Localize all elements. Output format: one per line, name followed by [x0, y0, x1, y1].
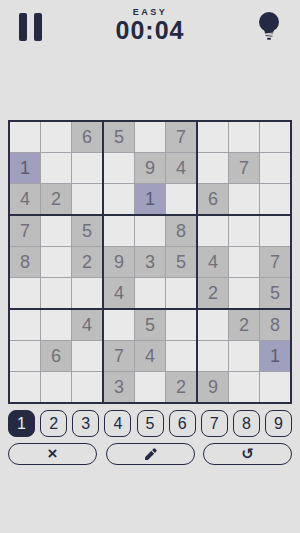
cell-r4c7[interactable]: [198, 216, 228, 246]
cell-r9c7[interactable]: 9: [198, 372, 228, 402]
cell-r9c5[interactable]: [135, 372, 165, 402]
cell-r1c8[interactable]: [229, 122, 259, 152]
number-pad: 123456789: [8, 410, 292, 437]
cell-r6c7[interactable]: 2: [198, 278, 228, 308]
cell-r6c8[interactable]: [229, 278, 259, 308]
cell-r3c9[interactable]: [260, 184, 290, 214]
cell-r5c7[interactable]: 4: [198, 247, 228, 277]
cell-r7c7[interactable]: [198, 310, 228, 340]
cell-r4c3[interactable]: 5: [72, 216, 102, 246]
cell-r6c6[interactable]: [166, 278, 196, 308]
cell-r8c4[interactable]: 7: [104, 341, 134, 371]
cell-r5c5[interactable]: 3: [135, 247, 165, 277]
cell-r2c8[interactable]: 7: [229, 153, 259, 183]
cell-r8c7[interactable]: [198, 341, 228, 371]
cell-r3c3[interactable]: [72, 184, 102, 214]
cell-r3c4[interactable]: [104, 184, 134, 214]
cell-r8c1[interactable]: [10, 341, 40, 371]
num-button-3[interactable]: 3: [72, 410, 99, 437]
cell-r8c9[interactable]: 1: [260, 341, 290, 371]
cell-r4c1[interactable]: 7: [10, 216, 40, 246]
cell-r6c5[interactable]: [135, 278, 165, 308]
cell-r9c1[interactable]: [10, 372, 40, 402]
cell-r7c2[interactable]: [41, 310, 71, 340]
cell-r5c2[interactable]: [41, 247, 71, 277]
undo-button[interactable]: ↺: [203, 443, 292, 465]
cell-r4c9[interactable]: [260, 216, 290, 246]
cell-r8c8[interactable]: [229, 341, 259, 371]
num-button-4[interactable]: 4: [104, 410, 131, 437]
cell-r3c8[interactable]: [229, 184, 259, 214]
cell-r2c9[interactable]: [260, 153, 290, 183]
hint-button[interactable]: [255, 11, 283, 41]
cell-r8c5[interactable]: 4: [135, 341, 165, 371]
cell-r7c9[interactable]: 8: [260, 310, 290, 340]
cell-r9c2[interactable]: [41, 372, 71, 402]
cell-r5c3[interactable]: 2: [72, 247, 102, 277]
cell-r8c2[interactable]: 6: [41, 341, 71, 371]
cell-r2c6[interactable]: 4: [166, 153, 196, 183]
cell-r4c2[interactable]: [41, 216, 71, 246]
num-button-6[interactable]: 6: [169, 410, 196, 437]
cell-r6c1[interactable]: [10, 278, 40, 308]
pencil-icon: [143, 447, 158, 462]
cell-r6c2[interactable]: [41, 278, 71, 308]
sudoku-box-8: 57432: [104, 310, 196, 402]
cell-r5c1[interactable]: 8: [10, 247, 40, 277]
cell-r3c5[interactable]: 1: [135, 184, 165, 214]
num-button-1[interactable]: 1: [8, 410, 35, 437]
lightbulb-icon: [255, 11, 283, 41]
cell-r1c2[interactable]: [41, 122, 71, 152]
num-button-8[interactable]: 8: [233, 410, 260, 437]
cell-r5c4[interactable]: 9: [104, 247, 134, 277]
cell-r7c3[interactable]: 4: [72, 310, 102, 340]
cell-r1c5[interactable]: [135, 122, 165, 152]
x-icon: ×: [48, 445, 58, 462]
sudoku-box-2: 57941: [104, 122, 196, 214]
sudoku-app: EASY 00:04 61425794176758289354472546574…: [0, 0, 300, 533]
cell-r4c6[interactable]: 8: [166, 216, 196, 246]
cell-r9c6[interactable]: 2: [166, 372, 196, 402]
num-button-5[interactable]: 5: [137, 410, 164, 437]
cell-r7c1[interactable]: [10, 310, 40, 340]
cell-r1c9[interactable]: [260, 122, 290, 152]
cell-r7c8[interactable]: 2: [229, 310, 259, 340]
action-bar: × ↺: [8, 443, 292, 465]
cell-r1c6[interactable]: 7: [166, 122, 196, 152]
cell-r6c9[interactable]: 5: [260, 278, 290, 308]
cell-r9c8[interactable]: [229, 372, 259, 402]
sudoku-board: 61425794176758289354472546574322819: [8, 120, 292, 404]
cell-r9c3[interactable]: [72, 372, 102, 402]
num-button-2[interactable]: 2: [40, 410, 67, 437]
cell-r4c5[interactable]: [135, 216, 165, 246]
cell-r1c3[interactable]: 6: [72, 122, 102, 152]
cell-r3c7[interactable]: 6: [198, 184, 228, 214]
sudoku-box-4: 7582: [10, 216, 102, 308]
cell-r6c3[interactable]: [72, 278, 102, 308]
cell-r7c4[interactable]: [104, 310, 134, 340]
cell-r7c6[interactable]: [166, 310, 196, 340]
cell-r9c4[interactable]: 3: [104, 372, 134, 402]
sudoku-box-6: 4725: [198, 216, 290, 308]
erase-button[interactable]: ×: [8, 443, 97, 465]
cell-r3c6[interactable]: [166, 184, 196, 214]
num-button-9[interactable]: 9: [265, 410, 292, 437]
cell-r2c1[interactable]: 1: [10, 153, 40, 183]
cell-r1c1[interactable]: [10, 122, 40, 152]
cell-r1c7[interactable]: [198, 122, 228, 152]
cell-r5c6[interactable]: 5: [166, 247, 196, 277]
num-button-7[interactable]: 7: [201, 410, 228, 437]
cell-r8c3[interactable]: [72, 341, 102, 371]
cell-r3c1[interactable]: 4: [10, 184, 40, 214]
sudoku-box-9: 2819: [198, 310, 290, 402]
cell-r2c4[interactable]: [104, 153, 134, 183]
sudoku-box-7: 46: [10, 310, 102, 402]
sudoku-box-5: 89354: [104, 216, 196, 308]
undo-icon: ↺: [241, 447, 254, 462]
cell-r2c2[interactable]: [41, 153, 71, 183]
cell-r2c3[interactable]: [72, 153, 102, 183]
sudoku-box-1: 6142: [10, 122, 102, 214]
cell-r5c9[interactable]: 7: [260, 247, 290, 277]
cell-r4c8[interactable]: [229, 216, 259, 246]
cell-r6c4[interactable]: 4: [104, 278, 134, 308]
cell-r5c8[interactable]: [229, 247, 259, 277]
cell-r1c4[interactable]: 5: [104, 122, 134, 152]
cell-r9c9[interactable]: [260, 372, 290, 402]
cell-r2c7[interactable]: [198, 153, 228, 183]
cell-r4c4[interactable]: [104, 216, 134, 246]
notes-button[interactable]: [106, 443, 195, 465]
cell-r2c5[interactable]: 9: [135, 153, 165, 183]
cell-r7c5[interactable]: 5: [135, 310, 165, 340]
cell-r8c6[interactable]: [166, 341, 196, 371]
cell-r3c2[interactable]: 2: [41, 184, 71, 214]
sudoku-box-3: 76: [198, 122, 290, 214]
